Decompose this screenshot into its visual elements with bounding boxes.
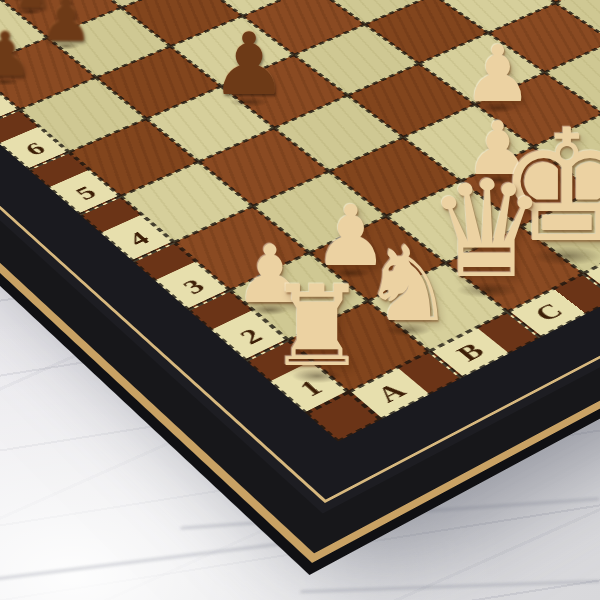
- rank-label: 4: [123, 228, 154, 250]
- rank-label: 2: [234, 324, 267, 348]
- file-label: C: [529, 299, 569, 325]
- rank-label: 6: [20, 139, 50, 159]
- file-label: B: [451, 339, 490, 365]
- rank-label: 3: [177, 275, 209, 298]
- rank-label: 7: [0, 97, 1, 116]
- file-label: A: [371, 379, 412, 407]
- chessboard-photo-scene: { "game": "chess", "scene": { "descripti…: [0, 0, 600, 600]
- rank-label: 1: [293, 376, 327, 401]
- rank-label: 5: [71, 182, 102, 203]
